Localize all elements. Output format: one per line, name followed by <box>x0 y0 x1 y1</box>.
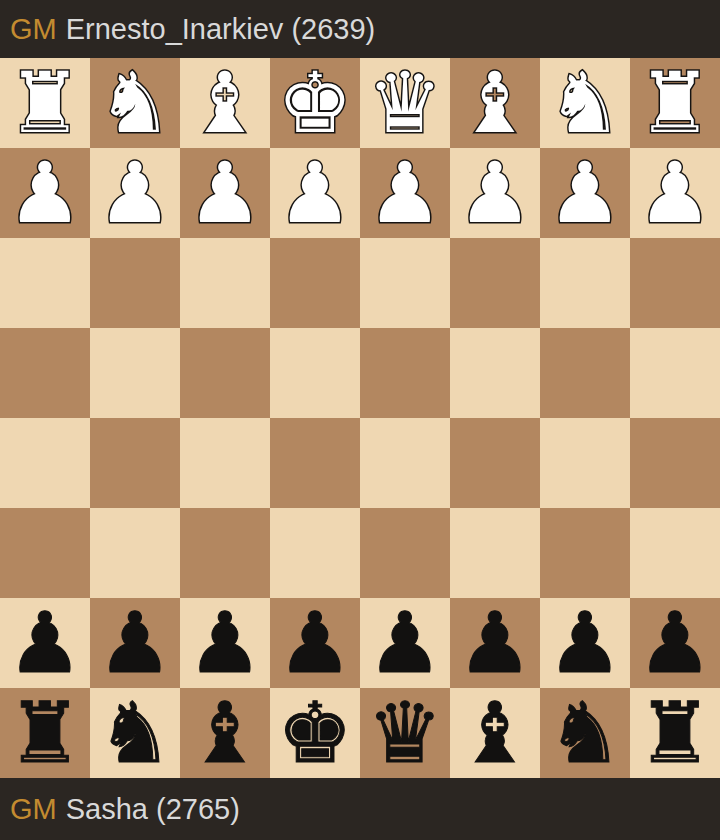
square-h2[interactable]: ♟︎ <box>0 148 90 238</box>
black-rook[interactable]: ♜ <box>7 691 82 775</box>
black-king[interactable]: ♚ <box>277 691 352 775</box>
white-queen[interactable]: ♛ <box>367 61 442 145</box>
black-pawn[interactable]: ♟︎ <box>97 601 172 685</box>
square-g2[interactable]: ♟︎ <box>90 148 180 238</box>
square-b5[interactable] <box>540 418 630 508</box>
black-pawn[interactable]: ♟︎ <box>457 601 532 685</box>
square-g8[interactable]: ♞ <box>90 688 180 778</box>
chess-board: ♜♞♝♚♛♝♞♜♟︎♟︎♟︎♟︎♟︎♟︎♟︎♟︎♟︎♟︎♟︎♟︎♟︎♟︎♟︎♟︎… <box>0 58 720 778</box>
black-rook[interactable]: ♜ <box>637 691 712 775</box>
square-f3[interactable] <box>180 238 270 328</box>
white-pawn[interactable]: ♟︎ <box>97 151 172 235</box>
square-c7[interactable]: ♟︎ <box>450 598 540 688</box>
square-d2[interactable]: ♟︎ <box>360 148 450 238</box>
square-b3[interactable] <box>540 238 630 328</box>
square-a1[interactable]: ♜ <box>630 58 720 148</box>
bottom-player-link[interactable]: GM Sasha (2765) <box>10 793 240 826</box>
square-b1[interactable]: ♞ <box>540 58 630 148</box>
square-a3[interactable] <box>630 238 720 328</box>
square-f8[interactable]: ♝ <box>180 688 270 778</box>
square-h6[interactable] <box>0 508 90 598</box>
top-player-title: GM <box>10 13 57 46</box>
square-c8[interactable]: ♝ <box>450 688 540 778</box>
black-bishop[interactable]: ♝ <box>187 691 262 775</box>
white-pawn[interactable]: ♟︎ <box>277 151 352 235</box>
black-knight[interactable]: ♞ <box>97 691 172 775</box>
black-pawn[interactable]: ♟︎ <box>277 601 352 685</box>
square-e5[interactable] <box>270 418 360 508</box>
square-b8[interactable]: ♞ <box>540 688 630 778</box>
black-pawn[interactable]: ♟︎ <box>367 601 442 685</box>
white-knight[interactable]: ♞ <box>97 61 172 145</box>
white-bishop[interactable]: ♝ <box>457 61 532 145</box>
square-b7[interactable]: ♟︎ <box>540 598 630 688</box>
square-c5[interactable] <box>450 418 540 508</box>
square-d5[interactable] <box>360 418 450 508</box>
white-pawn[interactable]: ♟︎ <box>457 151 532 235</box>
white-pawn[interactable]: ♟︎ <box>637 151 712 235</box>
white-pawn[interactable]: ♟︎ <box>547 151 622 235</box>
square-d1[interactable]: ♛ <box>360 58 450 148</box>
black-pawn[interactable]: ♟︎ <box>7 601 82 685</box>
square-h7[interactable]: ♟︎ <box>0 598 90 688</box>
square-d8[interactable]: ♛ <box>360 688 450 778</box>
white-pawn[interactable]: ♟︎ <box>7 151 82 235</box>
square-g4[interactable] <box>90 328 180 418</box>
square-c6[interactable] <box>450 508 540 598</box>
white-rook[interactable]: ♜ <box>637 61 712 145</box>
square-e7[interactable]: ♟︎ <box>270 598 360 688</box>
square-h1[interactable]: ♜ <box>0 58 90 148</box>
square-a5[interactable] <box>630 418 720 508</box>
square-h4[interactable] <box>0 328 90 418</box>
top-player-link[interactable]: GM Ernesto_Inarkiev (2639) <box>10 13 375 46</box>
square-g6[interactable] <box>90 508 180 598</box>
square-a4[interactable] <box>630 328 720 418</box>
square-f4[interactable] <box>180 328 270 418</box>
top-player-name: Ernesto_Inarkiev (2639) <box>66 13 376 46</box>
square-g3[interactable] <box>90 238 180 328</box>
square-a2[interactable]: ♟︎ <box>630 148 720 238</box>
square-c3[interactable] <box>450 238 540 328</box>
square-e2[interactable]: ♟︎ <box>270 148 360 238</box>
square-f6[interactable] <box>180 508 270 598</box>
white-pawn[interactable]: ♟︎ <box>367 151 442 235</box>
square-g5[interactable] <box>90 418 180 508</box>
square-d6[interactable] <box>360 508 450 598</box>
square-b6[interactable] <box>540 508 630 598</box>
square-g1[interactable]: ♞ <box>90 58 180 148</box>
square-c4[interactable] <box>450 328 540 418</box>
square-d7[interactable]: ♟︎ <box>360 598 450 688</box>
black-pawn[interactable]: ♟︎ <box>547 601 622 685</box>
square-e8[interactable]: ♚ <box>270 688 360 778</box>
black-queen[interactable]: ♛ <box>367 691 442 775</box>
square-e4[interactable] <box>270 328 360 418</box>
bottom-player-bar: GM Sasha (2765) <box>0 778 720 840</box>
bottom-player-title: GM <box>10 793 57 826</box>
white-rook[interactable]: ♜ <box>7 61 82 145</box>
square-d3[interactable] <box>360 238 450 328</box>
square-d4[interactable] <box>360 328 450 418</box>
square-h3[interactable] <box>0 238 90 328</box>
black-pawn[interactable]: ♟︎ <box>187 601 262 685</box>
square-h5[interactable] <box>0 418 90 508</box>
square-a7[interactable]: ♟︎ <box>630 598 720 688</box>
black-pawn[interactable]: ♟︎ <box>637 601 712 685</box>
black-knight[interactable]: ♞ <box>547 691 622 775</box>
square-f7[interactable]: ♟︎ <box>180 598 270 688</box>
square-g7[interactable]: ♟︎ <box>90 598 180 688</box>
square-f5[interactable] <box>180 418 270 508</box>
white-pawn[interactable]: ♟︎ <box>187 151 262 235</box>
square-b2[interactable]: ♟︎ <box>540 148 630 238</box>
square-c2[interactable]: ♟︎ <box>450 148 540 238</box>
square-e6[interactable] <box>270 508 360 598</box>
square-f2[interactable]: ♟︎ <box>180 148 270 238</box>
white-king[interactable]: ♚ <box>277 61 352 145</box>
square-c1[interactable]: ♝ <box>450 58 540 148</box>
square-e1[interactable]: ♚ <box>270 58 360 148</box>
square-h8[interactable]: ♜ <box>0 688 90 778</box>
square-f1[interactable]: ♝ <box>180 58 270 148</box>
square-e3[interactable] <box>270 238 360 328</box>
chess-tv-window: GM Ernesto_Inarkiev (2639) ♜♞♝♚♛♝♞♜♟︎♟︎♟… <box>0 0 720 840</box>
top-player-bar: GM Ernesto_Inarkiev (2639) <box>0 0 720 58</box>
black-bishop[interactable]: ♝ <box>457 691 532 775</box>
square-b4[interactable] <box>540 328 630 418</box>
bottom-player-name: Sasha (2765) <box>66 793 240 826</box>
square-a8[interactable]: ♜ <box>630 688 720 778</box>
square-a6[interactable] <box>630 508 720 598</box>
white-knight[interactable]: ♞ <box>547 61 622 145</box>
white-bishop[interactable]: ♝ <box>187 61 262 145</box>
